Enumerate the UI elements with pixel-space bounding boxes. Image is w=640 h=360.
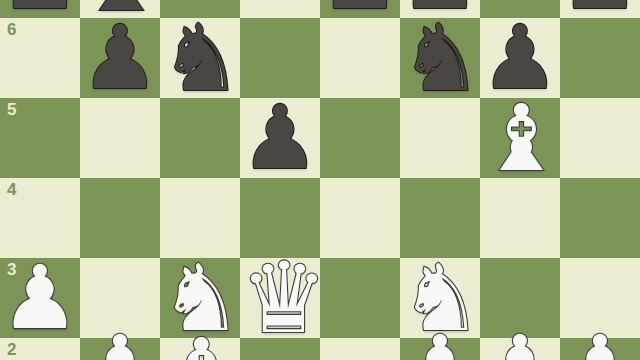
- black-pawn-h7[interactable]: ♟: [560, 0, 640, 18]
- square-d5[interactable]: ♟: [240, 98, 320, 178]
- black-knight-f6[interactable]: ♞: [400, 18, 480, 98]
- rank-label-4: 4: [7, 181, 16, 198]
- white-pawn-a3[interactable]: ♟: [0, 258, 80, 338]
- square-d7[interactable]: [240, 0, 320, 18]
- square-h4[interactable]: [560, 178, 640, 258]
- square-f5[interactable]: [400, 98, 480, 178]
- square-e7[interactable]: ♟: [320, 0, 400, 18]
- square-h5[interactable]: [560, 98, 640, 178]
- square-d6[interactable]: [240, 18, 320, 98]
- white-pawn-f2[interactable]: ♟: [400, 328, 480, 360]
- black-pawn-e7[interactable]: ♟: [320, 0, 400, 18]
- square-c5[interactable]: [160, 98, 240, 178]
- white-queen-d3[interactable]: ♛: [240, 258, 320, 338]
- square-c6[interactable]: ♞: [160, 18, 240, 98]
- square-a5[interactable]: 5: [0, 98, 80, 178]
- black-pawn-a7[interactable]: ♟: [0, 0, 80, 18]
- board-viewport: 7♟♝♟♟♟6♟♞♞♟5♟♝43♟♞♛♞2♟♝♟♟♟: [0, 0, 640, 360]
- white-pawn-b2[interactable]: ♟: [80, 328, 160, 360]
- square-b2[interactable]: ♟: [80, 338, 160, 360]
- square-e2[interactable]: [320, 338, 400, 360]
- square-c4[interactable]: [160, 178, 240, 258]
- black-knight-c6[interactable]: ♞: [160, 18, 240, 98]
- square-b4[interactable]: [80, 178, 160, 258]
- square-a4[interactable]: 4: [0, 178, 80, 258]
- white-pawn-h2[interactable]: ♟: [560, 328, 640, 360]
- square-a2[interactable]: 2: [0, 338, 80, 360]
- square-a6[interactable]: 6: [0, 18, 80, 98]
- square-f6[interactable]: ♞: [400, 18, 480, 98]
- square-d3[interactable]: ♛: [240, 258, 320, 338]
- square-g5[interactable]: ♝: [480, 98, 560, 178]
- square-g2[interactable]: ♟: [480, 338, 560, 360]
- square-h7[interactable]: ♟: [560, 0, 640, 18]
- white-bishop-g5[interactable]: ♝: [480, 98, 560, 178]
- square-e3[interactable]: [320, 258, 400, 338]
- rank-label-5: 5: [7, 101, 16, 118]
- black-pawn-g6[interactable]: ♟: [480, 18, 560, 98]
- square-e4[interactable]: [320, 178, 400, 258]
- square-b6[interactable]: ♟: [80, 18, 160, 98]
- rank-label-2: 2: [7, 341, 16, 358]
- square-d2[interactable]: [240, 338, 320, 360]
- rank-label-6: 6: [7, 21, 16, 38]
- white-bishop-c2[interactable]: ♝: [160, 332, 240, 360]
- square-h2[interactable]: ♟: [560, 338, 640, 360]
- square-e6[interactable]: [320, 18, 400, 98]
- black-pawn-b6[interactable]: ♟: [80, 18, 160, 98]
- square-g6[interactable]: ♟: [480, 18, 560, 98]
- square-g4[interactable]: [480, 178, 560, 258]
- square-h6[interactable]: [560, 18, 640, 98]
- square-b5[interactable]: [80, 98, 160, 178]
- square-c2[interactable]: ♝: [160, 338, 240, 360]
- square-e5[interactable]: [320, 98, 400, 178]
- square-a7[interactable]: 7♟: [0, 0, 80, 18]
- white-pawn-g2[interactable]: ♟: [480, 328, 560, 360]
- chess-board: 7♟♝♟♟♟6♟♞♞♟5♟♝43♟♞♛♞2♟♝♟♟♟: [0, 0, 640, 360]
- square-f4[interactable]: [400, 178, 480, 258]
- black-pawn-d5[interactable]: ♟: [240, 98, 320, 178]
- square-f2[interactable]: ♟: [400, 338, 480, 360]
- square-a3[interactable]: 3♟: [0, 258, 80, 338]
